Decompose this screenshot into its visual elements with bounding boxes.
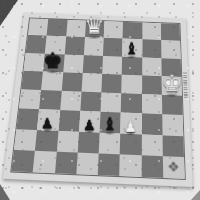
piece-black-bishop-e3[interactable]: ♝ — [102, 115, 118, 133]
square-h4[interactable] — [162, 95, 183, 115]
square-g5[interactable] — [142, 75, 162, 95]
square-h8[interactable] — [161, 23, 180, 41]
square-a8[interactable] — [28, 18, 49, 36]
square-e4[interactable] — [101, 92, 122, 112]
square-e8[interactable] — [104, 21, 123, 39]
square-g3[interactable] — [141, 114, 162, 135]
square-f3[interactable]: ♟ — [120, 113, 141, 134]
square-a1[interactable] — [11, 150, 35, 173]
square-d1[interactable] — [76, 152, 99, 175]
square-a2[interactable] — [14, 129, 37, 151]
square-f7[interactable]: ♝ — [122, 39, 141, 57]
square-e3[interactable]: ♝ — [100, 112, 121, 133]
board-grid: ♛♝♚♚♟♟♝♟❖ — [11, 18, 184, 178]
square-c7[interactable] — [64, 37, 84, 55]
square-g1[interactable] — [141, 155, 163, 178]
square-a4[interactable] — [19, 89, 41, 109]
photo-corner-shadow-bottom-right — [191, 190, 200, 200]
square-g4[interactable] — [141, 94, 162, 114]
square-b6[interactable]: ♚ — [43, 53, 64, 72]
square-f6[interactable] — [122, 56, 142, 75]
square-c5[interactable] — [61, 72, 82, 92]
square-h1[interactable]: ❖ — [163, 156, 185, 179]
square-b8[interactable] — [47, 19, 67, 37]
square-b2[interactable] — [35, 130, 58, 152]
square-e5[interactable] — [101, 74, 122, 94]
square-e7[interactable] — [103, 38, 123, 56]
square-e1[interactable] — [98, 153, 120, 176]
square-f2[interactable] — [120, 133, 141, 155]
square-g7[interactable] — [142, 39, 161, 57]
board-border: ♛♝♚♚♟♟♝♟❖ — [3, 12, 193, 187]
square-c4[interactable] — [60, 91, 82, 111]
square-f4[interactable] — [121, 93, 142, 113]
square-b4[interactable] — [39, 90, 61, 110]
square-f5[interactable] — [121, 74, 141, 94]
square-h3[interactable] — [162, 114, 183, 135]
square-c8[interactable] — [66, 20, 86, 38]
edge-brand-text — [183, 73, 188, 98]
square-d8[interactable]: ♛ — [85, 20, 105, 38]
piece-black-bishop-f7[interactable]: ♝ — [125, 40, 140, 56]
square-e2[interactable] — [99, 132, 121, 154]
piece-black-pawn-d3[interactable]: ♟ — [83, 117, 96, 131]
square-a5[interactable] — [21, 71, 43, 90]
piece-black-pawn-b3[interactable]: ♟ — [41, 116, 54, 130]
square-b1[interactable] — [33, 151, 56, 174]
square-c3[interactable] — [58, 110, 80, 131]
square-g6[interactable] — [142, 57, 162, 76]
piece-white-king-h5[interactable]: ♚ — [162, 72, 183, 95]
square-g8[interactable] — [142, 23, 161, 41]
square-f1[interactable] — [119, 154, 141, 177]
square-c2[interactable] — [56, 130, 79, 152]
chessboard-photo: ♛♝♚♚♟♟♝♟❖ — [0, 0, 200, 200]
piece-white-pawn-f3[interactable]: ♟ — [124, 119, 137, 133]
square-d2[interactable] — [77, 131, 99, 153]
piece-black-king-b6[interactable]: ♚ — [43, 50, 62, 71]
square-e6[interactable] — [102, 56, 122, 75]
square-g2[interactable] — [141, 134, 162, 156]
square-d7[interactable] — [84, 37, 104, 55]
square-c6[interactable] — [63, 54, 84, 73]
square-h7[interactable] — [161, 40, 181, 58]
photo-corner-shadow-top-left — [0, 0, 18, 26]
square-h2[interactable] — [162, 135, 184, 157]
square-h5[interactable]: ♚ — [161, 76, 181, 96]
square-d5[interactable] — [81, 73, 102, 93]
square-a3[interactable] — [17, 109, 40, 130]
square-f8[interactable] — [123, 22, 142, 40]
photo-corner-shadow-bottom-left — [0, 184, 10, 200]
square-a6[interactable] — [24, 53, 45, 72]
square-d4[interactable] — [80, 92, 101, 112]
square-c1[interactable] — [55, 151, 78, 174]
square-d6[interactable] — [82, 55, 102, 74]
square-b5[interactable] — [41, 71, 63, 91]
piece-white-queen-d8[interactable]: ♛ — [84, 15, 104, 38]
chess-board: ♛♝♚♚♟♟♝♟❖ — [3, 12, 193, 187]
square-d3[interactable]: ♟ — [79, 111, 101, 132]
square-b3[interactable]: ♟ — [37, 109, 59, 130]
board-maker-emblem: ❖ — [163, 156, 185, 179]
